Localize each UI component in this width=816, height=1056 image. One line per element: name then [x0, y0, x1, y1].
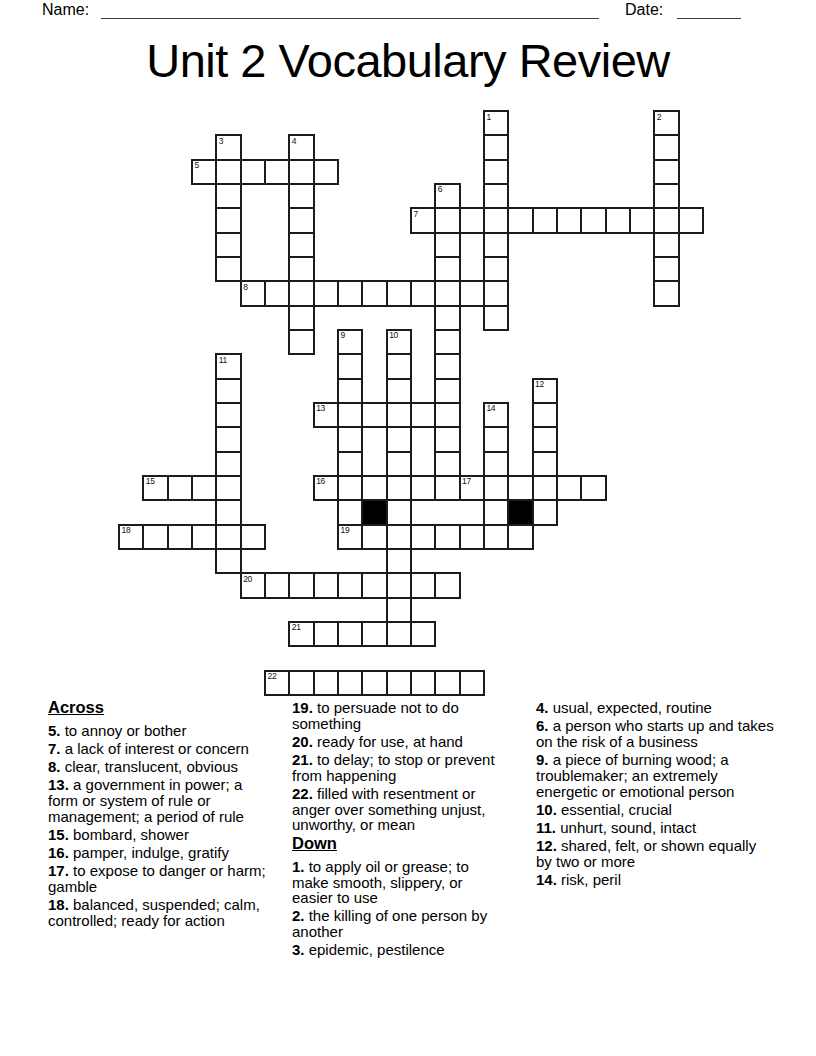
grid-cell[interactable]: [532, 451, 558, 477]
clue-number: 1: [486, 113, 490, 122]
grid-cell[interactable]: [483, 134, 509, 160]
clue-number: 21: [292, 623, 301, 632]
grid-cell[interactable]: [653, 280, 679, 306]
grid-cell[interactable]: [483, 524, 509, 550]
date-label: Date:: [625, 1, 663, 19]
grid-cell[interactable]: [532, 499, 558, 525]
grid-cell[interactable]: [361, 621, 387, 647]
grid-cell[interactable]: [605, 207, 631, 233]
grid-cell[interactable]: [361, 475, 387, 501]
grid-cell[interactable]: [288, 183, 314, 209]
grid-cell[interactable]: [483, 207, 509, 233]
clue-number-label: 2.: [292, 907, 305, 924]
grid-cell[interactable]: [264, 280, 290, 306]
clue-number: 5: [194, 161, 198, 170]
clue-number: 15: [146, 477, 155, 486]
clue-down-4: 4. usual, expected, routine: [536, 700, 776, 716]
grid-cell[interactable]: [434, 280, 460, 306]
grid-cell[interactable]: [386, 524, 412, 550]
clue-across-8: 8. clear, translucent, obvious: [48, 759, 266, 775]
black-cell: [361, 499, 387, 525]
clue-number-label: 12.: [536, 837, 557, 854]
clue-down-14: 14. risk, peril: [536, 872, 776, 888]
clue-number-label: 7.: [48, 740, 61, 757]
clue-down-11: 11. unhurt, sound, intact: [536, 820, 776, 836]
grid-cell[interactable]: [215, 207, 241, 233]
clue-number-label: 18.: [48, 896, 69, 913]
grid-cell[interactable]: [532, 475, 558, 501]
grid-cell[interactable]: [215, 499, 241, 525]
grid-cell[interactable]: [434, 572, 460, 598]
grid-cell[interactable]: 7: [410, 207, 436, 233]
grid-cell[interactable]: [434, 353, 460, 379]
clues-column-middle: 19. to persuade not to do something20. r…: [292, 700, 507, 961]
grid-cell[interactable]: [434, 475, 460, 501]
grid-cell[interactable]: 16: [313, 475, 339, 501]
grid-cell[interactable]: [288, 329, 314, 355]
grid-cell[interactable]: [434, 451, 460, 477]
grid-cell[interactable]: [313, 621, 339, 647]
clue-down-9: 9. a piece of burning wood; a troublemak…: [536, 752, 776, 799]
clue-number-label: 8.: [48, 758, 61, 775]
grid-cell[interactable]: 4: [288, 134, 314, 160]
grid-cell[interactable]: [313, 670, 339, 696]
grid-cell[interactable]: 8: [240, 280, 266, 306]
grid-cell[interactable]: [580, 475, 606, 501]
grid-cell[interactable]: [215, 232, 241, 258]
grid-cell[interactable]: [483, 305, 509, 331]
clue-number-label: 16.: [48, 844, 69, 861]
grid-cell[interactable]: [386, 353, 412, 379]
grid-cell[interactable]: 14: [483, 402, 509, 428]
grid-cell[interactable]: 19: [337, 524, 363, 550]
grid-cell[interactable]: [337, 280, 363, 306]
grid-cell[interactable]: [313, 280, 339, 306]
grid-cell[interactable]: 22: [264, 670, 290, 696]
clue-number: 9: [340, 331, 344, 340]
grid-cell[interactable]: 6: [434, 183, 460, 209]
grid-cell[interactable]: [288, 305, 314, 331]
grid-cell[interactable]: [410, 475, 436, 501]
grid-cell[interactable]: [483, 451, 509, 477]
clue-down-3: 3. epidemic, pestilence: [292, 942, 507, 958]
grid-cell[interactable]: [361, 524, 387, 550]
grid-cell[interactable]: [483, 426, 509, 452]
page-title: Unit 2 Vocabulary Review: [0, 33, 816, 88]
grid-cell[interactable]: [386, 499, 412, 525]
grid-cell[interactable]: [434, 232, 460, 258]
grid-cell[interactable]: [288, 207, 314, 233]
grid-cell[interactable]: [386, 426, 412, 452]
grid-cell[interactable]: [337, 378, 363, 404]
grid-cell[interactable]: [215, 256, 241, 282]
clue-number: 16: [316, 477, 325, 486]
grid-cell[interactable]: 1: [483, 110, 509, 136]
grid-cell[interactable]: [386, 597, 412, 623]
grid-cell[interactable]: [386, 475, 412, 501]
clue-across-21: 21. to delay; to stop or prevent from ha…: [292, 752, 507, 783]
grid-cell[interactable]: [191, 475, 217, 501]
grid-cell[interactable]: [215, 378, 241, 404]
grid-cell[interactable]: [532, 426, 558, 452]
clue-across-16: 16. pamper, indulge, gratify: [48, 845, 266, 861]
grid-cell[interactable]: [337, 451, 363, 477]
grid-cell[interactable]: [288, 572, 314, 598]
grid-cell[interactable]: [337, 670, 363, 696]
clue-number: 2: [657, 113, 661, 122]
grid-cell[interactable]: [337, 572, 363, 598]
grid-cell[interactable]: [434, 305, 460, 331]
grid-cell[interactable]: [434, 207, 460, 233]
clue-number-label: 3.: [292, 941, 305, 958]
grid-cell[interactable]: [410, 572, 436, 598]
grid-cell[interactable]: [653, 256, 679, 282]
grid-cell[interactable]: [337, 353, 363, 379]
grid-cell[interactable]: [532, 207, 558, 233]
grid-cell[interactable]: [167, 524, 193, 550]
name-label: Name:: [42, 1, 89, 19]
grid-cell[interactable]: [386, 378, 412, 404]
clue-across-22: 22. filled with resentment or anger over…: [292, 786, 507, 833]
across-header: Across: [48, 700, 266, 716]
clue-number-label: 13.: [48, 776, 69, 793]
grid-cell[interactable]: [215, 475, 241, 501]
grid-cell[interactable]: [288, 256, 314, 282]
clue-number: 14: [486, 404, 495, 413]
grid-cell[interactable]: [288, 280, 314, 306]
clue-number: 11: [219, 356, 227, 365]
grid-cell[interactable]: [410, 670, 436, 696]
clue-number-label: 14.: [536, 871, 557, 888]
grid-cell[interactable]: [434, 426, 460, 452]
clue-number-label: 10.: [536, 801, 557, 818]
clue-number: 8: [243, 283, 247, 292]
clue-across-5: 5. to annoy or bother: [48, 723, 266, 739]
clue-number: 17: [462, 477, 471, 486]
grid-cell[interactable]: [434, 256, 460, 282]
grid-cell[interactable]: [386, 451, 412, 477]
grid-cell[interactable]: [556, 207, 582, 233]
grid-cell[interactable]: [532, 402, 558, 428]
grid-cell[interactable]: [288, 159, 314, 185]
grid-cell[interactable]: [313, 572, 339, 598]
grid-cell[interactable]: [191, 524, 217, 550]
clues-column-right: 4. usual, expected, routine6. a person w…: [536, 700, 776, 890]
grid-cell[interactable]: [483, 475, 509, 501]
grid-cell[interactable]: [410, 621, 436, 647]
clue-number: 4: [292, 137, 296, 146]
clue-number: 10: [389, 331, 398, 340]
clue-number-label: 19.: [292, 699, 313, 716]
down-clues-part2: 4. usual, expected, routine6. a person w…: [536, 700, 776, 888]
grid-cell[interactable]: [434, 670, 460, 696]
clue-number: 20: [243, 575, 252, 584]
grid-cell[interactable]: [483, 280, 509, 306]
clue-number-label: 9.: [536, 751, 549, 768]
clue-number-label: 4.: [536, 699, 549, 716]
grid-cell[interactable]: [288, 232, 314, 258]
grid-cell[interactable]: [653, 183, 679, 209]
grid-cell[interactable]: [215, 402, 241, 428]
grid-cell[interactable]: [361, 402, 387, 428]
across-clues-part2: 19. to persuade not to do something20. r…: [292, 700, 507, 833]
black-cell: [507, 499, 533, 525]
clue-number: 7: [413, 210, 417, 219]
grid-cell[interactable]: [337, 475, 363, 501]
grid-cell[interactable]: [386, 572, 412, 598]
grid-cell[interactable]: [410, 280, 436, 306]
grid-cell[interactable]: [483, 232, 509, 258]
clue-number-label: 15.: [48, 826, 69, 843]
grid-cell[interactable]: [483, 499, 509, 525]
down-header: Down: [292, 836, 507, 852]
grid-cell[interactable]: 5: [191, 159, 217, 185]
grid-cell[interactable]: [580, 207, 606, 233]
clue-across-13: 13. a government in power; a form or sys…: [48, 777, 266, 824]
clue-across-15: 15. bombard, shower: [48, 827, 266, 843]
clue-number: 19: [340, 526, 349, 535]
clue-down-10: 10. essential, crucial: [536, 802, 776, 818]
clue-down-2: 2. the killing of one person by another: [292, 908, 507, 939]
grid-cell[interactable]: [434, 378, 460, 404]
grid-cell[interactable]: [459, 670, 485, 696]
name-blank-line: [101, 18, 599, 19]
clue-down-1: 1. to apply oil or grease; to make smoot…: [292, 859, 507, 906]
crossword-grid: 12345678910111213141516171819202122: [118, 110, 708, 700]
clue-number-label: 6.: [536, 717, 549, 734]
grid-cell[interactable]: 15: [142, 475, 168, 501]
grid-cell[interactable]: [653, 207, 679, 233]
clue-number: 22: [267, 672, 276, 681]
grid-cell[interactable]: [361, 572, 387, 598]
grid-cell[interactable]: [483, 256, 509, 282]
clue-number-label: 21.: [292, 751, 313, 768]
grid-cell[interactable]: [434, 524, 460, 550]
grid-cell[interactable]: 17: [459, 475, 485, 501]
grid-cell[interactable]: [215, 426, 241, 452]
grid-cell[interactable]: [653, 232, 679, 258]
clue-number: 12: [535, 380, 544, 389]
grid-cell[interactable]: [361, 670, 387, 696]
grid-cell[interactable]: [483, 183, 509, 209]
grid-cell[interactable]: [337, 402, 363, 428]
grid-cell[interactable]: [215, 159, 241, 185]
clue-down-6: 6. a person who starts up and takes on t…: [536, 718, 776, 749]
grid-cell[interactable]: [653, 134, 679, 160]
clue-number: 3: [219, 137, 223, 146]
grid-cell[interactable]: [459, 280, 485, 306]
clue-across-17: 17. to expose to danger or harm; gamble: [48, 863, 266, 894]
grid-cell[interactable]: [264, 572, 290, 598]
grid-cell[interactable]: 12: [532, 378, 558, 404]
grid-cell[interactable]: 11: [215, 353, 241, 379]
grid-cell[interactable]: [483, 159, 509, 185]
clue-across-20: 20. ready for use, at hand: [292, 734, 507, 750]
clue-number: 6: [438, 185, 442, 194]
grid-cell[interactable]: [386, 670, 412, 696]
grid-cell[interactable]: [215, 451, 241, 477]
clue-across-18: 18. balanced, suspended; calm, controlle…: [48, 897, 266, 928]
grid-cell[interactable]: [337, 621, 363, 647]
clues-column-left: Across 5. to annoy or bother7. a lack of…: [48, 700, 266, 931]
grid-cell[interactable]: [507, 524, 533, 550]
clue-across-7: 7. a lack of interest or concern: [48, 741, 266, 757]
grid-cell[interactable]: [386, 621, 412, 647]
grid-cell[interactable]: [507, 207, 533, 233]
grid-cell[interactable]: [386, 280, 412, 306]
grid-cell[interactable]: [507, 475, 533, 501]
grid-cell[interactable]: 2: [653, 110, 679, 136]
grid-cell[interactable]: [434, 329, 460, 355]
grid-cell[interactable]: [215, 183, 241, 209]
clue-number-label: 11.: [536, 819, 556, 836]
clue-number-label: 22.: [292, 785, 313, 802]
grid-cell[interactable]: [215, 548, 241, 574]
grid-cell[interactable]: 9: [337, 329, 363, 355]
clue-across-19: 19. to persuade not to do something: [292, 700, 507, 731]
clue-number-label: 5.: [48, 722, 61, 739]
grid-cell[interactable]: [142, 524, 168, 550]
grid-cell[interactable]: [361, 280, 387, 306]
clue-down-12: 12. shared, felt, or shown equally by tw…: [536, 838, 776, 869]
grid-cell[interactable]: [386, 548, 412, 574]
grid-cell[interactable]: [459, 524, 485, 550]
grid-cell[interactable]: [410, 402, 436, 428]
grid-cell[interactable]: [386, 402, 412, 428]
clue-number-label: 20.: [292, 733, 313, 750]
grid-cell[interactable]: 3: [215, 134, 241, 160]
clue-number-label: 17.: [48, 862, 69, 879]
grid-cell[interactable]: [337, 499, 363, 525]
grid-cell[interactable]: [410, 524, 436, 550]
grid-cell[interactable]: 21: [288, 621, 314, 647]
grid-cell[interactable]: [629, 207, 655, 233]
grid-cell[interactable]: [678, 207, 704, 233]
grid-cell[interactable]: [264, 159, 290, 185]
across-clues-part1: 5. to annoy or bother7. a lack of intere…: [48, 723, 266, 929]
grid-cell[interactable]: 13: [313, 402, 339, 428]
clue-number: 13: [316, 404, 325, 413]
grid-cell[interactable]: 18: [118, 524, 144, 550]
clue-number: 18: [122, 526, 131, 535]
grid-cell[interactable]: [653, 159, 679, 185]
grid-cell[interactable]: [240, 159, 266, 185]
grid-cell[interactable]: [240, 524, 266, 550]
clue-number-label: 1.: [292, 858, 305, 875]
grid-cell[interactable]: [313, 159, 339, 185]
down-clues-part1: 1. to apply oil or grease; to make smoot…: [292, 859, 507, 958]
grid-cell[interactable]: 10: [386, 329, 412, 355]
date-blank-line: [677, 18, 741, 19]
grid-cell[interactable]: 20: [240, 572, 266, 598]
grid-cell[interactable]: [288, 670, 314, 696]
grid-cell[interactable]: [215, 524, 241, 550]
grid-cell[interactable]: [337, 426, 363, 452]
grid-cell[interactable]: [459, 207, 485, 233]
grid-cell[interactable]: [556, 475, 582, 501]
grid-cell[interactable]: [167, 475, 193, 501]
grid-cell[interactable]: [434, 402, 460, 428]
